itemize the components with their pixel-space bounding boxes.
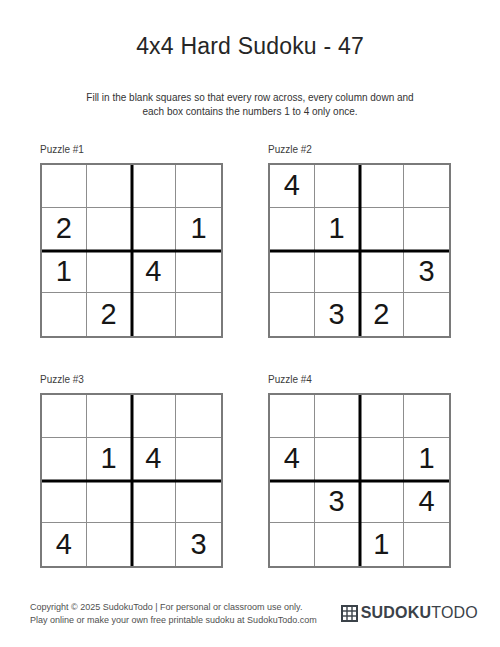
- puzzle-1-label: Puzzle #1: [40, 144, 223, 156]
- sudoku-cell-given: 1: [87, 438, 132, 481]
- sudoku-grid-1: 21142: [40, 163, 223, 338]
- sudoku-cell-empty: [132, 481, 177, 524]
- sudoku-cell-given: 4: [132, 438, 177, 481]
- sudoku-cell-empty: [132, 208, 177, 251]
- box-divider-horizontal: [270, 249, 449, 252]
- sudoku-cell-given: 4: [270, 165, 315, 208]
- sudoku-cell-empty: [404, 165, 449, 208]
- sudoku-cell-empty: [87, 251, 132, 294]
- sudoku-cell-empty: [270, 523, 315, 566]
- sudoku-cell-empty: [87, 395, 132, 438]
- sudoku-cell-empty: [176, 395, 221, 438]
- sudoku-cell-given: 1: [176, 208, 221, 251]
- puzzle-1: Puzzle #1 21142: [40, 144, 223, 338]
- sudoku-cell-given: 4: [270, 438, 315, 481]
- sudoku-cell-empty: [132, 523, 177, 566]
- sudoku-cell-empty: [87, 208, 132, 251]
- sudoku-cell-given: 4: [42, 523, 87, 566]
- box-divider-horizontal: [42, 479, 221, 482]
- sudoku-cell-given: 4: [404, 481, 449, 524]
- instructions-line-1: Fill in the blank squares so that every …: [86, 92, 413, 103]
- sudokutodo-logo: SUDOKUTODO: [341, 603, 478, 623]
- brand-todo: TODO: [431, 604, 478, 621]
- sudoku-cell-empty: [42, 481, 87, 524]
- instructions: Fill in the blank squares so that every …: [0, 91, 500, 119]
- sudoku-cell-empty: [42, 165, 87, 208]
- sudoku-grid-3: 1443: [40, 393, 223, 568]
- sudoku-cell-empty: [132, 293, 177, 336]
- sudoku-cell-empty: [360, 165, 405, 208]
- footer-copyright-line-2: Play online or make your own free printa…: [30, 615, 317, 625]
- brand-sudoku: SUDOKU: [361, 604, 432, 621]
- puzzle-4: Puzzle #4 41341: [268, 374, 451, 568]
- footer-copyright: Copyright © 2025 SudokuTodo | For person…: [30, 601, 317, 626]
- sudoku-cell-empty: [42, 395, 87, 438]
- sudoku-cell-empty: [270, 293, 315, 336]
- sudoku-cell-empty: [315, 251, 360, 294]
- page-title: 4x4 Hard Sudoku - 47: [0, 33, 500, 60]
- sudoku-grid-4: 41341: [268, 393, 451, 568]
- sudoku-cell-empty: [315, 523, 360, 566]
- sudoku-cell-empty: [270, 251, 315, 294]
- sudoku-cell-empty: [176, 293, 221, 336]
- box-divider-horizontal: [270, 479, 449, 482]
- sudoku-cell-empty: [360, 395, 405, 438]
- instructions-line-2: each box contains the numbers 1 to 4 onl…: [142, 106, 357, 117]
- sudoku-cell-empty: [270, 208, 315, 251]
- sudoku-cell-empty: [176, 481, 221, 524]
- sudoku-cell-empty: [176, 165, 221, 208]
- sudoku-cell-empty: [42, 293, 87, 336]
- sudoku-cell-empty: [360, 251, 405, 294]
- sudoku-cell-empty: [270, 395, 315, 438]
- sudoku-cell-empty: [404, 208, 449, 251]
- sudoku-cell-empty: [315, 438, 360, 481]
- sudoku-cell-empty: [404, 523, 449, 566]
- sudoku-cell-given: 1: [42, 251, 87, 294]
- sudoku-cell-empty: [87, 481, 132, 524]
- sudoku-cell-empty: [360, 208, 405, 251]
- box-divider-horizontal: [42, 249, 221, 252]
- footer-copyright-line-1: Copyright © 2025 SudokuTodo | For person…: [30, 602, 302, 612]
- sudoku-cell-empty: [87, 165, 132, 208]
- sudoku-cell-empty: [315, 395, 360, 438]
- sudoku-cell-given: 3: [404, 251, 449, 294]
- sudoku-cell-empty: [404, 293, 449, 336]
- sudoku-cell-given: 3: [315, 293, 360, 336]
- sudoku-cell-empty: [270, 481, 315, 524]
- sudoku-cell-given: 3: [176, 523, 221, 566]
- sudoku-cell-given: 1: [360, 523, 405, 566]
- puzzle-2-label: Puzzle #2: [268, 144, 451, 156]
- sudoku-cell-empty: [404, 395, 449, 438]
- sudoku-cell-given: 4: [132, 251, 177, 294]
- sudoku-cell-empty: [132, 395, 177, 438]
- sudoku-grid-2: 41332: [268, 163, 451, 338]
- sudoku-cell-given: 2: [87, 293, 132, 336]
- sudoku-cell-empty: [176, 251, 221, 294]
- puzzle-4-label: Puzzle #4: [268, 374, 451, 386]
- sudoku-cell-empty: [87, 523, 132, 566]
- sudoku-cell-given: 1: [315, 208, 360, 251]
- sudoku-cell-given: 2: [360, 293, 405, 336]
- sudoku-cell-empty: [176, 438, 221, 481]
- sudoku-cell-given: 3: [315, 481, 360, 524]
- sudoku-cell-empty: [315, 165, 360, 208]
- puzzle-3-label: Puzzle #3: [40, 374, 223, 386]
- sudoku-cell-empty: [132, 165, 177, 208]
- sudoku-cell-given: 1: [404, 438, 449, 481]
- sudoku-cell-given: 2: [42, 208, 87, 251]
- brand-wordmark: SUDOKUTODO: [361, 603, 478, 623]
- puzzle-3: Puzzle #3 1443: [40, 374, 223, 568]
- sudoku-cell-empty: [360, 481, 405, 524]
- puzzle-2: Puzzle #2 41332: [268, 144, 451, 338]
- sudoku-cell-empty: [360, 438, 405, 481]
- sudoku-grid-icon: [341, 605, 358, 622]
- sudoku-cell-empty: [42, 438, 87, 481]
